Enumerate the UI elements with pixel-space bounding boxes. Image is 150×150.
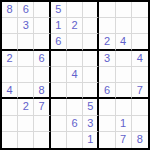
cell-r5c9[interactable] <box>132 67 148 83</box>
cell-r6c8[interactable] <box>116 83 132 99</box>
cell-r6c5[interactable] <box>67 83 83 99</box>
cell-r9c4[interactable] <box>51 132 67 148</box>
given-digit: 7 <box>137 85 143 96</box>
cell-r8c7[interactable] <box>99 116 115 132</box>
cell-r7c8[interactable] <box>116 99 132 115</box>
given-digit: 7 <box>38 101 44 112</box>
cell-r8c2[interactable] <box>18 116 34 132</box>
given-digit: 5 <box>55 4 61 15</box>
given-digit: 6 <box>71 118 77 129</box>
given-digit: 1 <box>120 118 126 129</box>
cell-r6c2[interactable] <box>18 83 34 99</box>
cell-r8c5[interactable]: 6 <box>67 116 83 132</box>
cell-r1c5[interactable] <box>67 2 83 18</box>
cell-r5c1[interactable] <box>2 67 18 83</box>
given-digit: 4 <box>71 69 77 80</box>
given-digit: 3 <box>23 20 29 31</box>
cell-r2c6[interactable] <box>83 18 99 34</box>
cell-r3c5[interactable] <box>67 34 83 50</box>
cell-r7c2[interactable]: 2 <box>18 99 34 115</box>
cell-r7c3[interactable]: 7 <box>34 99 50 115</box>
cell-r9c3[interactable] <box>34 132 50 148</box>
cell-r4c1[interactable]: 2 <box>2 51 18 67</box>
cell-r1c6[interactable] <box>83 2 99 18</box>
cell-r4c7[interactable]: 3 <box>99 51 115 67</box>
cell-r9c1[interactable] <box>2 132 18 148</box>
cell-r2c9[interactable] <box>132 18 148 34</box>
cell-r7c4[interactable] <box>51 99 67 115</box>
given-digit: 2 <box>7 53 13 64</box>
cell-r3c7[interactable]: 2 <box>99 34 115 50</box>
given-digit: 6 <box>55 36 61 47</box>
given-digit: 7 <box>120 134 126 145</box>
cell-r7c5[interactable] <box>67 99 83 115</box>
cell-r4c3[interactable]: 6 <box>34 51 50 67</box>
cell-r1c7[interactable] <box>99 2 115 18</box>
given-digit: 6 <box>23 4 29 15</box>
given-digit: 3 <box>104 53 110 64</box>
cell-r6c9[interactable]: 7 <box>132 83 148 99</box>
cell-r2c2[interactable]: 3 <box>18 18 34 34</box>
cell-r5c6[interactable] <box>83 67 99 83</box>
cell-r8c8[interactable]: 1 <box>116 116 132 132</box>
cell-r1c9[interactable] <box>132 2 148 18</box>
cell-r7c9[interactable] <box>132 99 148 115</box>
given-digit: 2 <box>23 101 29 112</box>
cell-r4c2[interactable] <box>18 51 34 67</box>
cell-r2c3[interactable] <box>34 18 50 34</box>
cell-r4c9[interactable]: 4 <box>132 51 148 67</box>
cell-r6c6[interactable] <box>83 83 99 99</box>
cell-r8c6[interactable]: 3 <box>83 116 99 132</box>
cell-r5c7[interactable] <box>99 67 115 83</box>
cell-r1c1[interactable]: 8 <box>2 2 18 18</box>
cell-r1c4[interactable]: 5 <box>51 2 67 18</box>
cell-r8c1[interactable] <box>2 116 18 132</box>
cell-r3c4[interactable]: 6 <box>51 34 67 50</box>
cell-r1c2[interactable]: 6 <box>18 2 34 18</box>
given-digit: 6 <box>104 85 110 96</box>
given-digit: 8 <box>137 134 143 145</box>
cell-r3c3[interactable] <box>34 34 50 50</box>
cell-r9c9[interactable]: 8 <box>132 132 148 148</box>
cell-r5c2[interactable] <box>18 67 34 83</box>
cell-r9c6[interactable]: 1 <box>83 132 99 148</box>
cell-r3c2[interactable] <box>18 34 34 50</box>
cell-r2c7[interactable] <box>99 18 115 34</box>
given-digit: 2 <box>71 20 77 31</box>
given-digit: 4 <box>120 36 126 47</box>
cell-r4c8[interactable] <box>116 51 132 67</box>
cell-r3c8[interactable]: 4 <box>116 34 132 50</box>
cell-r7c7[interactable] <box>99 99 115 115</box>
cell-r6c4[interactable] <box>51 83 67 99</box>
cell-r8c3[interactable] <box>34 116 50 132</box>
cell-r1c8[interactable] <box>116 2 132 18</box>
cell-r4c6[interactable] <box>83 51 99 67</box>
given-digit: 3 <box>87 118 93 129</box>
cell-r3c6[interactable] <box>83 34 99 50</box>
cell-r2c1[interactable] <box>2 18 18 34</box>
cell-r4c5[interactable] <box>67 51 83 67</box>
sudoku-board: 865312624263444867275631178 <box>0 0 150 150</box>
cell-r4c4[interactable] <box>51 51 67 67</box>
given-digit: 8 <box>7 4 13 15</box>
cell-r9c7[interactable] <box>99 132 115 148</box>
cell-r3c9[interactable] <box>132 34 148 50</box>
cell-r5c5[interactable]: 4 <box>67 67 83 83</box>
cell-r5c4[interactable] <box>51 67 67 83</box>
given-digit: 1 <box>87 134 93 145</box>
cell-r3c1[interactable] <box>2 34 18 50</box>
cell-r5c3[interactable] <box>34 67 50 83</box>
given-digit: 8 <box>38 85 44 96</box>
given-digit: 6 <box>38 53 44 64</box>
cell-r8c9[interactable] <box>132 116 148 132</box>
cell-r2c8[interactable] <box>116 18 132 34</box>
cell-r2c4[interactable]: 1 <box>51 18 67 34</box>
cell-r9c8[interactable]: 7 <box>116 132 132 148</box>
cell-r6c3[interactable]: 8 <box>34 83 50 99</box>
cell-r9c2[interactable] <box>18 132 34 148</box>
cell-r7c6[interactable]: 5 <box>83 99 99 115</box>
cell-r7c1[interactable] <box>2 99 18 115</box>
cell-r5c8[interactable] <box>116 67 132 83</box>
given-digit: 2 <box>104 36 110 47</box>
cell-r8c4[interactable] <box>51 116 67 132</box>
cell-r6c1[interactable]: 4 <box>2 83 18 99</box>
cell-r9c5[interactable] <box>67 132 83 148</box>
given-digit: 1 <box>55 20 61 31</box>
given-digit: 4 <box>137 53 143 64</box>
cell-r2c5[interactable]: 2 <box>67 18 83 34</box>
given-digit: 4 <box>7 85 13 96</box>
given-digit: 5 <box>87 101 93 112</box>
cell-r1c3[interactable] <box>34 2 50 18</box>
cell-r6c7[interactable]: 6 <box>99 83 115 99</box>
